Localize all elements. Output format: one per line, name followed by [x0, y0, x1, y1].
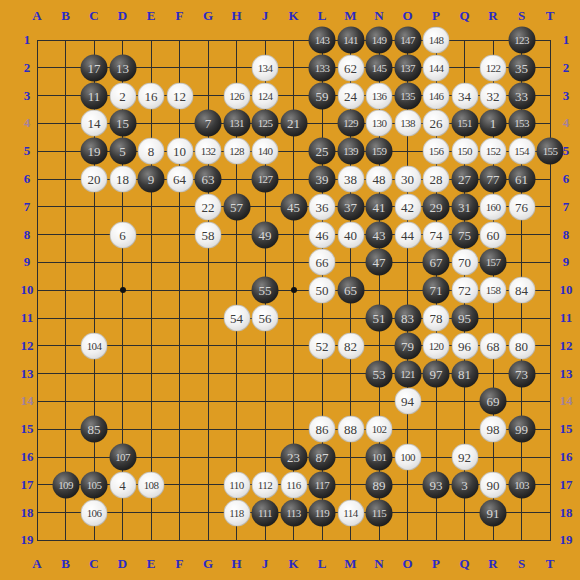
stone-number: 100 [400, 452, 415, 463]
coord-top-A: A [32, 8, 41, 24]
stone-L9: 66 [309, 249, 336, 276]
stone-number: 43 [373, 228, 386, 241]
stone-G5: 132 [195, 138, 222, 165]
stone-number: 153 [514, 118, 529, 129]
stone-N9: 47 [366, 249, 393, 276]
stone-number: 44 [401, 228, 414, 241]
stone-number: 124 [258, 90, 273, 101]
stone-number: 42 [401, 200, 414, 213]
stone-number: 40 [344, 228, 357, 241]
coord-bottom-M: M [344, 556, 356, 572]
stone-P3: 146 [423, 82, 450, 109]
stone-number: 80 [515, 339, 528, 352]
coord-bottom-T: T [546, 556, 555, 572]
stone-S7: 76 [508, 193, 535, 220]
coord-left-14: 14 [21, 393, 34, 409]
coord-top-M: M [344, 8, 356, 24]
stone-number: 130 [372, 118, 387, 129]
grid-line [65, 40, 66, 541]
stone-D8: 6 [109, 221, 136, 248]
stone-M1: 141 [337, 27, 364, 54]
stone-number: 47 [373, 256, 386, 269]
stone-H3: 126 [223, 82, 250, 109]
stone-K17: 116 [280, 471, 307, 498]
stone-number: 110 [229, 479, 243, 490]
stone-P10: 71 [423, 277, 450, 304]
stone-number: 73 [515, 367, 528, 380]
stone-number: 92 [458, 451, 471, 464]
stone-Q5: 150 [451, 138, 478, 165]
coord-top-K: K [288, 8, 298, 24]
stone-number: 23 [287, 451, 300, 464]
coord-bottom-G: G [203, 556, 213, 572]
stone-number: 139 [343, 146, 358, 157]
stone-number: 133 [315, 62, 330, 73]
stone-number: 147 [400, 35, 415, 46]
stone-L16: 87 [309, 444, 336, 471]
stone-number: 126 [229, 90, 244, 101]
coord-right-13: 13 [560, 366, 573, 382]
stone-number: 34 [458, 89, 471, 102]
stone-number: 134 [258, 62, 273, 73]
stone-number: 85 [88, 423, 101, 436]
stone-number: 115 [372, 507, 386, 518]
stone-Q12: 96 [451, 332, 478, 359]
stone-number: 70 [458, 256, 471, 269]
stone-D17: 4 [109, 471, 136, 498]
stone-S15: 99 [508, 416, 535, 443]
stone-number: 77 [487, 173, 500, 186]
coord-left-16: 16 [21, 449, 34, 465]
stone-number: 7 [205, 117, 212, 130]
stone-D3: 2 [109, 82, 136, 109]
stone-N15: 102 [366, 416, 393, 443]
stone-number: 111 [258, 507, 272, 518]
stone-number: 155 [543, 146, 558, 157]
stone-R5: 152 [480, 138, 507, 165]
coord-top-J: J [262, 8, 269, 24]
stone-number: 26 [430, 117, 443, 130]
stone-S17: 103 [508, 471, 535, 498]
stone-J6: 127 [252, 166, 279, 193]
stone-number: 15 [116, 117, 129, 130]
stone-number: 156 [429, 146, 444, 157]
grid-line [37, 40, 38, 541]
stone-number: 127 [258, 174, 273, 185]
stone-S12: 80 [508, 332, 535, 359]
stone-number: 8 [148, 145, 155, 158]
stone-number: 52 [316, 339, 329, 352]
stone-number: 61 [515, 173, 528, 186]
coord-bottom-O: O [402, 556, 412, 572]
stone-number: 99 [515, 423, 528, 436]
stone-number: 150 [457, 146, 472, 157]
coord-bottom-L: L [318, 556, 327, 572]
stone-P2: 144 [423, 54, 450, 81]
coord-right-16: 16 [560, 449, 573, 465]
stone-number: 159 [372, 146, 387, 157]
grid-line [37, 40, 551, 41]
stone-P8: 74 [423, 221, 450, 248]
stone-number: 138 [400, 118, 415, 129]
stone-C3: 11 [81, 82, 108, 109]
coord-left-10: 10 [21, 282, 34, 298]
grid-line [550, 40, 551, 541]
stone-number: 28 [430, 173, 443, 186]
coord-right-7: 7 [563, 199, 570, 215]
stone-L12: 52 [309, 332, 336, 359]
coord-right-11: 11 [560, 310, 572, 326]
stone-number: 149 [372, 35, 387, 46]
stone-D4: 15 [109, 110, 136, 137]
grid-line [151, 40, 152, 541]
stone-number: 158 [486, 285, 501, 296]
coord-right-5: 5 [563, 143, 570, 159]
stone-number: 102 [372, 424, 387, 435]
stone-J11: 56 [252, 305, 279, 332]
coord-top-T: T [546, 8, 555, 24]
stone-number: 24 [344, 89, 357, 102]
stone-N11: 51 [366, 305, 393, 332]
stone-Q6: 27 [451, 166, 478, 193]
stone-S4: 153 [508, 110, 535, 137]
stone-number: 63 [202, 173, 215, 186]
coord-top-O: O [402, 8, 412, 24]
stone-K16: 23 [280, 444, 307, 471]
stone-R6: 77 [480, 166, 507, 193]
star-point-D10 [120, 287, 126, 293]
stone-number: 108 [144, 479, 159, 490]
stone-R7: 160 [480, 193, 507, 220]
stone-number: 35 [515, 61, 528, 74]
stone-R14: 69 [480, 388, 507, 415]
stone-number: 29 [430, 200, 443, 213]
coord-right-2: 2 [563, 60, 570, 76]
coord-bottom-K: K [288, 556, 298, 572]
stone-number: 67 [430, 256, 443, 269]
stone-number: 31 [458, 200, 471, 213]
stone-Q17: 3 [451, 471, 478, 498]
stone-number: 66 [316, 256, 329, 269]
stone-number: 39 [316, 173, 329, 186]
stone-O8: 44 [394, 221, 421, 248]
stone-K18: 113 [280, 499, 307, 526]
coord-left-18: 18 [21, 505, 34, 521]
stone-number: 50 [316, 284, 329, 297]
stone-O13: 121 [394, 360, 421, 387]
stone-number: 91 [487, 506, 500, 519]
stone-Q13: 81 [451, 360, 478, 387]
stone-number: 16 [145, 89, 158, 102]
stone-number: 82 [344, 339, 357, 352]
stone-number: 38 [344, 173, 357, 186]
stone-number: 51 [373, 312, 386, 325]
stone-O1: 147 [394, 27, 421, 54]
stone-number: 151 [457, 118, 472, 129]
coord-top-H: H [231, 8, 241, 24]
stone-J10: 55 [252, 277, 279, 304]
coord-top-F: F [176, 8, 184, 24]
coord-bottom-A: A [32, 556, 41, 572]
stone-P11: 78 [423, 305, 450, 332]
stone-number: 107 [115, 452, 130, 463]
stone-H5: 128 [223, 138, 250, 165]
stone-D16: 107 [109, 444, 136, 471]
stone-R3: 32 [480, 82, 507, 109]
stone-number: 30 [401, 173, 414, 186]
coord-right-18: 18 [560, 505, 573, 521]
stone-E5: 8 [138, 138, 165, 165]
stone-R10: 158 [480, 277, 507, 304]
stone-number: 122 [486, 62, 501, 73]
coord-top-G: G [203, 8, 213, 24]
stone-J5: 140 [252, 138, 279, 165]
stone-number: 95 [458, 312, 471, 325]
stone-number: 121 [400, 368, 415, 379]
stone-S6: 61 [508, 166, 535, 193]
stone-H17: 110 [223, 471, 250, 498]
stone-L15: 86 [309, 416, 336, 443]
coord-left-7: 7 [24, 199, 31, 215]
stone-number: 84 [515, 284, 528, 297]
stone-number: 79 [401, 339, 414, 352]
stone-number: 37 [344, 200, 357, 213]
stone-number: 4 [119, 478, 126, 491]
stone-R2: 122 [480, 54, 507, 81]
stone-number: 131 [229, 118, 244, 129]
stone-F5: 10 [166, 138, 193, 165]
stone-number: 65 [344, 284, 357, 297]
stone-number: 97 [430, 367, 443, 380]
stone-L7: 36 [309, 193, 336, 220]
stone-L18: 119 [309, 499, 336, 526]
stone-number: 144 [429, 62, 444, 73]
coord-right-12: 12 [560, 338, 573, 354]
stone-P12: 120 [423, 332, 450, 359]
coord-left-9: 9 [24, 254, 31, 270]
coord-top-D: D [118, 8, 127, 24]
stone-M3: 24 [337, 82, 364, 109]
stone-J3: 124 [252, 82, 279, 109]
stone-number: 14 [88, 117, 101, 130]
stone-M18: 114 [337, 499, 364, 526]
stone-K4: 21 [280, 110, 307, 137]
stone-number: 114 [343, 507, 357, 518]
coord-left-2: 2 [24, 60, 31, 76]
stone-number: 141 [343, 35, 358, 46]
stone-H7: 57 [223, 193, 250, 220]
stone-B17: 109 [52, 471, 79, 498]
coord-right-14: 14 [560, 393, 573, 409]
stone-number: 81 [458, 367, 471, 380]
stone-number: 9 [148, 173, 155, 186]
stone-number: 120 [429, 340, 444, 351]
coord-right-6: 6 [563, 171, 570, 187]
stone-N3: 136 [366, 82, 393, 109]
stone-number: 3 [461, 478, 468, 491]
stone-P17: 93 [423, 471, 450, 498]
stone-P5: 156 [423, 138, 450, 165]
stone-number: 10 [173, 145, 186, 158]
stone-number: 75 [458, 228, 471, 241]
coord-left-1: 1 [24, 32, 31, 48]
stone-number: 89 [373, 478, 386, 491]
stone-O12: 79 [394, 332, 421, 359]
stone-number: 128 [229, 146, 244, 157]
stone-number: 71 [430, 284, 443, 297]
stone-H4: 131 [223, 110, 250, 137]
stone-D5: 5 [109, 138, 136, 165]
stone-S10: 84 [508, 277, 535, 304]
stone-L10: 50 [309, 277, 336, 304]
stone-number: 129 [343, 118, 358, 129]
stone-P6: 28 [423, 166, 450, 193]
stone-P1: 148 [423, 27, 450, 54]
stone-number: 146 [429, 90, 444, 101]
stone-number: 5 [119, 145, 126, 158]
stone-C18: 106 [81, 499, 108, 526]
grid-line [37, 429, 551, 430]
stone-number: 101 [372, 452, 387, 463]
stone-number: 55 [259, 284, 272, 297]
stone-number: 54 [230, 312, 243, 325]
stone-C5: 19 [81, 138, 108, 165]
stone-F3: 12 [166, 82, 193, 109]
stone-number: 59 [316, 89, 329, 102]
coord-left-11: 11 [21, 310, 33, 326]
stone-number: 13 [116, 61, 129, 74]
stone-number: 119 [315, 507, 329, 518]
stone-R8: 60 [480, 221, 507, 248]
stone-O2: 137 [394, 54, 421, 81]
coord-left-12: 12 [21, 338, 34, 354]
stone-number: 87 [316, 451, 329, 464]
stone-E17: 108 [138, 471, 165, 498]
stone-L3: 59 [309, 82, 336, 109]
coord-bottom-F: F [176, 556, 184, 572]
grid-line [37, 540, 551, 541]
stone-J4: 125 [252, 110, 279, 137]
stone-Q10: 72 [451, 277, 478, 304]
stone-N1: 149 [366, 27, 393, 54]
coord-left-19: 19 [21, 532, 34, 548]
stone-number: 58 [202, 228, 215, 241]
stone-O7: 42 [394, 193, 421, 220]
stone-number: 6 [119, 228, 126, 241]
stone-G4: 7 [195, 110, 222, 137]
stone-number: 136 [372, 90, 387, 101]
stone-E3: 16 [138, 82, 165, 109]
coord-left-5: 5 [24, 143, 31, 159]
stone-M5: 139 [337, 138, 364, 165]
stone-L5: 25 [309, 138, 336, 165]
coord-right-17: 17 [560, 477, 573, 493]
stone-S5: 154 [508, 138, 535, 165]
stone-N5: 159 [366, 138, 393, 165]
coord-top-P: P [432, 8, 440, 24]
coord-right-10: 10 [560, 282, 573, 298]
grid-line [179, 40, 180, 541]
stone-number: 20 [88, 173, 101, 186]
coord-top-Q: Q [459, 8, 469, 24]
stone-J2: 134 [252, 54, 279, 81]
stone-L2: 133 [309, 54, 336, 81]
stone-N7: 41 [366, 193, 393, 220]
stone-number: 64 [173, 173, 186, 186]
stone-number: 86 [316, 423, 329, 436]
stone-T5: 155 [537, 138, 564, 165]
stone-G7: 22 [195, 193, 222, 220]
stone-Q3: 34 [451, 82, 478, 109]
stone-number: 83 [401, 312, 414, 325]
stone-L8: 46 [309, 221, 336, 248]
stone-O6: 30 [394, 166, 421, 193]
stone-number: 41 [373, 200, 386, 213]
stone-number: 33 [515, 89, 528, 102]
stone-number: 93 [430, 478, 443, 491]
stone-M8: 40 [337, 221, 364, 248]
stone-C6: 20 [81, 166, 108, 193]
stone-M4: 129 [337, 110, 364, 137]
stone-number: 90 [487, 478, 500, 491]
coord-right-19: 19 [560, 532, 573, 548]
stone-number: 125 [258, 118, 273, 129]
coord-bottom-B: B [61, 556, 70, 572]
coord-left-15: 15 [21, 421, 34, 437]
coord-bottom-C: C [89, 556, 98, 572]
coord-right-3: 3 [563, 88, 570, 104]
stone-number: 19 [88, 145, 101, 158]
stone-N4: 130 [366, 110, 393, 137]
coord-top-R: R [488, 8, 497, 24]
stone-number: 78 [430, 312, 443, 325]
coord-bottom-H: H [231, 556, 241, 572]
stone-J18: 111 [252, 499, 279, 526]
stone-C12: 104 [81, 332, 108, 359]
stone-number: 112 [258, 479, 272, 490]
stone-number: 49 [259, 228, 272, 241]
stone-number: 68 [487, 339, 500, 352]
stone-S3: 33 [508, 82, 535, 109]
grid-line [37, 401, 551, 402]
stone-C17: 105 [81, 471, 108, 498]
coord-top-C: C [89, 8, 98, 24]
stone-number: 135 [400, 90, 415, 101]
stone-M12: 82 [337, 332, 364, 359]
stone-number: 53 [373, 367, 386, 380]
stone-E6: 9 [138, 166, 165, 193]
stone-number: 109 [58, 479, 73, 490]
stone-O4: 138 [394, 110, 421, 137]
stone-O14: 94 [394, 388, 421, 415]
stone-number: 104 [87, 340, 102, 351]
stone-number: 118 [229, 507, 243, 518]
stone-P13: 97 [423, 360, 450, 387]
coord-top-E: E [147, 8, 156, 24]
stone-number: 137 [400, 62, 415, 73]
stone-R15: 98 [480, 416, 507, 443]
stone-number: 132 [201, 146, 216, 157]
stone-number: 25 [316, 145, 329, 158]
coord-left-13: 13 [21, 366, 34, 382]
star-point-K10 [291, 287, 297, 293]
coord-bottom-E: E [147, 556, 156, 572]
stone-number: 94 [401, 395, 414, 408]
stone-number: 36 [316, 200, 329, 213]
coord-bottom-R: R [488, 556, 497, 572]
stone-H11: 54 [223, 305, 250, 332]
stone-P7: 29 [423, 193, 450, 220]
